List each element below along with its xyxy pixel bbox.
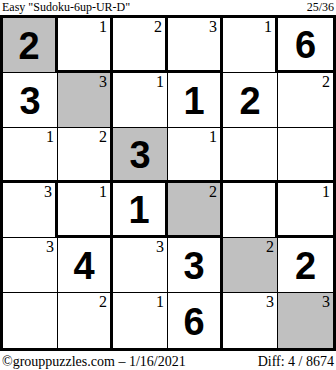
cell-r4c5[interactable] [223,183,278,238]
corner-mark: 2 [154,18,162,36]
cell-r5c1[interactable]: 3 [3,238,58,293]
corner-mark: 2 [99,128,107,146]
cell-r5c2[interactable]: 4 [58,238,113,293]
cell-r2c1[interactable]: 3 [3,73,58,128]
cell-r2c6[interactable]: 2 [278,73,333,128]
corner-mark: 3 [99,73,107,91]
corner-mark: 3 [44,183,52,201]
copyright-text: ©grouppuzzles.com – 1/16/2021 [2,354,186,370]
big-digit: 6 [183,303,204,341]
big-digit: 1 [183,82,204,120]
cell-r6c2[interactable]: 2 [58,293,113,348]
puzzle-counter: 25/36 [307,0,334,14]
cell-r3c5[interactable] [223,128,278,183]
corner-mark: 1 [264,18,272,36]
cell-r1c3[interactable]: 2 [113,18,168,73]
cell-r1c6[interactable]: 6 [278,18,333,73]
big-digit: 1 [128,191,149,229]
puzzle-page: Easy "Sudoku-6up-UR-D" 25/36 21231633112… [0,0,336,370]
cell-r5c6[interactable]: 2 [278,238,333,293]
header: Easy "Sudoku-6up-UR-D" 25/36 [2,0,334,14]
corner-mark: 3 [46,238,54,256]
corner-mark: 1 [156,73,164,91]
corner-mark: 3 [156,238,164,256]
big-digit: 2 [295,247,316,285]
big-digit: 3 [19,82,40,120]
cell-r3c1[interactable]: 1 [3,128,58,183]
cell-r2c3[interactable]: 1 [113,73,168,128]
cell-r4c6[interactable]: 1 [278,183,333,238]
cell-r1c4[interactable]: 3 [168,18,223,73]
cell-r2c5[interactable]: 2 [223,73,278,128]
footer: ©grouppuzzles.com – 1/16/2021 Diff: 4 / … [2,352,334,370]
big-digit: 3 [129,136,150,174]
difficulty-text: Diff: 4 / 8674 [258,354,334,370]
cell-r2c2[interactable]: 3 [58,73,113,128]
big-digit: 6 [295,26,316,64]
corner-mark: 1 [209,128,217,146]
corner-mark: 1 [46,128,54,146]
cell-r2c4[interactable]: 1 [168,73,223,128]
corner-mark: 2 [99,293,107,311]
cell-r3c3[interactable]: 3 [113,128,168,183]
cell-r1c1[interactable]: 2 [3,18,58,73]
cell-r4c3[interactable]: 1 [113,183,168,238]
cell-r5c4[interactable]: 3 [168,238,223,293]
cell-r4c2[interactable]: 1 [58,183,113,238]
cell-r6c5[interactable]: 3 [223,293,278,348]
sudoku-board: 21231633112212313112134332221633 [0,15,336,351]
cell-r6c1[interactable] [3,293,58,348]
page-title: Easy "Sudoku-6up-UR-D" [2,0,130,14]
corner-mark: 2 [209,183,217,201]
corner-mark: 3 [266,293,274,311]
corner-mark: 1 [322,183,330,201]
big-digit: 2 [239,82,260,120]
cell-r6c4[interactable]: 6 [168,293,223,348]
cell-r3c6[interactable] [278,128,333,183]
corner-mark: 2 [322,73,330,91]
corner-mark: 3 [322,293,330,311]
cell-r3c4[interactable]: 1 [168,128,223,183]
corner-mark: 1 [99,183,107,201]
corner-mark: 3 [209,18,217,36]
cell-r1c2[interactable]: 1 [58,18,113,73]
cell-r5c3[interactable]: 3 [113,238,168,293]
cell-r1c5[interactable]: 1 [223,18,278,73]
cell-r6c6[interactable]: 3 [278,293,333,348]
cell-r6c3[interactable]: 1 [113,293,168,348]
cell-r4c4[interactable]: 2 [168,183,223,238]
cell-r5c5[interactable]: 2 [223,238,278,293]
corner-mark: 1 [99,18,107,36]
big-digit: 2 [18,27,39,65]
cell-r4c1[interactable]: 3 [3,183,58,238]
corner-mark: 2 [266,238,274,256]
cell-r3c2[interactable]: 2 [58,128,113,183]
big-digit: 3 [183,247,204,285]
corner-mark: 1 [156,293,164,311]
big-digit: 4 [73,247,94,285]
